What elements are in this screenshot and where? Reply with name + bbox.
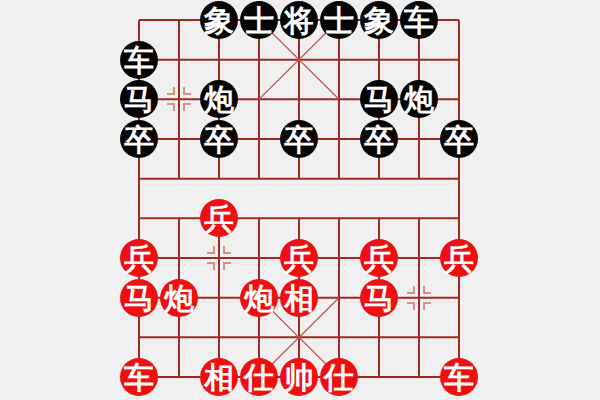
piece-black-elephant-c10[interactable]: 象 bbox=[200, 1, 238, 39]
piece-red-pawn-a4[interactable]: 兵 bbox=[120, 239, 158, 277]
piece-black-pawn-e7[interactable]: 卒 bbox=[280, 120, 318, 158]
point-marker-b8 bbox=[183, 103, 191, 111]
piece-black-pawn-c7[interactable]: 卒 bbox=[200, 120, 238, 158]
point-marker-h3 bbox=[423, 302, 431, 310]
piece-black-elephant-g10[interactable]: 象 bbox=[360, 1, 398, 39]
point-marker-c4 bbox=[207, 246, 215, 254]
point-marker-c4 bbox=[207, 262, 215, 270]
point-marker-c4 bbox=[223, 262, 231, 270]
piece-red-rook-i1[interactable]: 车 bbox=[440, 358, 478, 396]
piece-black-cannon-h8[interactable]: 炮 bbox=[400, 80, 438, 118]
point-marker-b8 bbox=[183, 87, 191, 95]
piece-black-pawn-g7[interactable]: 卒 bbox=[360, 120, 398, 158]
point-marker-b8 bbox=[167, 103, 175, 111]
piece-red-horse-g3[interactable]: 马 bbox=[360, 279, 398, 317]
board-grid bbox=[0, 0, 600, 400]
piece-black-king-e10[interactable]: 将 bbox=[280, 1, 318, 39]
piece-black-advisor-f10[interactable]: 士 bbox=[320, 1, 358, 39]
piece-black-pawn-a7[interactable]: 卒 bbox=[120, 120, 158, 158]
piece-black-cannon-c8[interactable]: 炮 bbox=[200, 80, 238, 118]
point-marker-b8 bbox=[167, 87, 175, 95]
point-marker-h3 bbox=[407, 286, 415, 294]
point-marker-c4 bbox=[223, 246, 231, 254]
piece-red-elephant-c1[interactable]: 相 bbox=[200, 358, 238, 396]
piece-red-cannon-b3[interactable]: 炮 bbox=[160, 279, 198, 317]
piece-red-pawn-e4[interactable]: 兵 bbox=[280, 239, 318, 277]
piece-red-cannon-d3[interactable]: 炮 bbox=[240, 279, 278, 317]
piece-black-horse-g8[interactable]: 马 bbox=[360, 80, 398, 118]
piece-red-advisor-f1[interactable]: 仕 bbox=[320, 358, 358, 396]
piece-black-rook-a9[interactable]: 车 bbox=[120, 41, 158, 79]
piece-red-pawn-i4[interactable]: 兵 bbox=[440, 239, 478, 277]
piece-red-advisor-d1[interactable]: 仕 bbox=[240, 358, 278, 396]
piece-red-horse-a3[interactable]: 马 bbox=[120, 279, 158, 317]
piece-black-advisor-d10[interactable]: 士 bbox=[240, 1, 278, 39]
piece-black-horse-a8[interactable]: 马 bbox=[120, 80, 158, 118]
piece-red-pawn-c5[interactable]: 兵 bbox=[200, 199, 238, 237]
piece-black-rook-h10[interactable]: 车 bbox=[400, 1, 438, 39]
piece-red-pawn-g4[interactable]: 兵 bbox=[360, 239, 398, 277]
piece-red-rook-a1[interactable]: 车 bbox=[120, 358, 158, 396]
point-marker-h3 bbox=[423, 286, 431, 294]
piece-black-pawn-i7[interactable]: 卒 bbox=[440, 120, 478, 158]
piece-red-king-e1[interactable]: 帅 bbox=[280, 358, 318, 396]
point-marker-h3 bbox=[407, 302, 415, 310]
piece-red-elephant-e3[interactable]: 相 bbox=[280, 279, 318, 317]
xiangqi-board: 象士将士象车车马炮马炮卒卒卒卒卒兵兵兵兵兵马炮炮相马车相仕帅仕车 bbox=[0, 0, 600, 400]
